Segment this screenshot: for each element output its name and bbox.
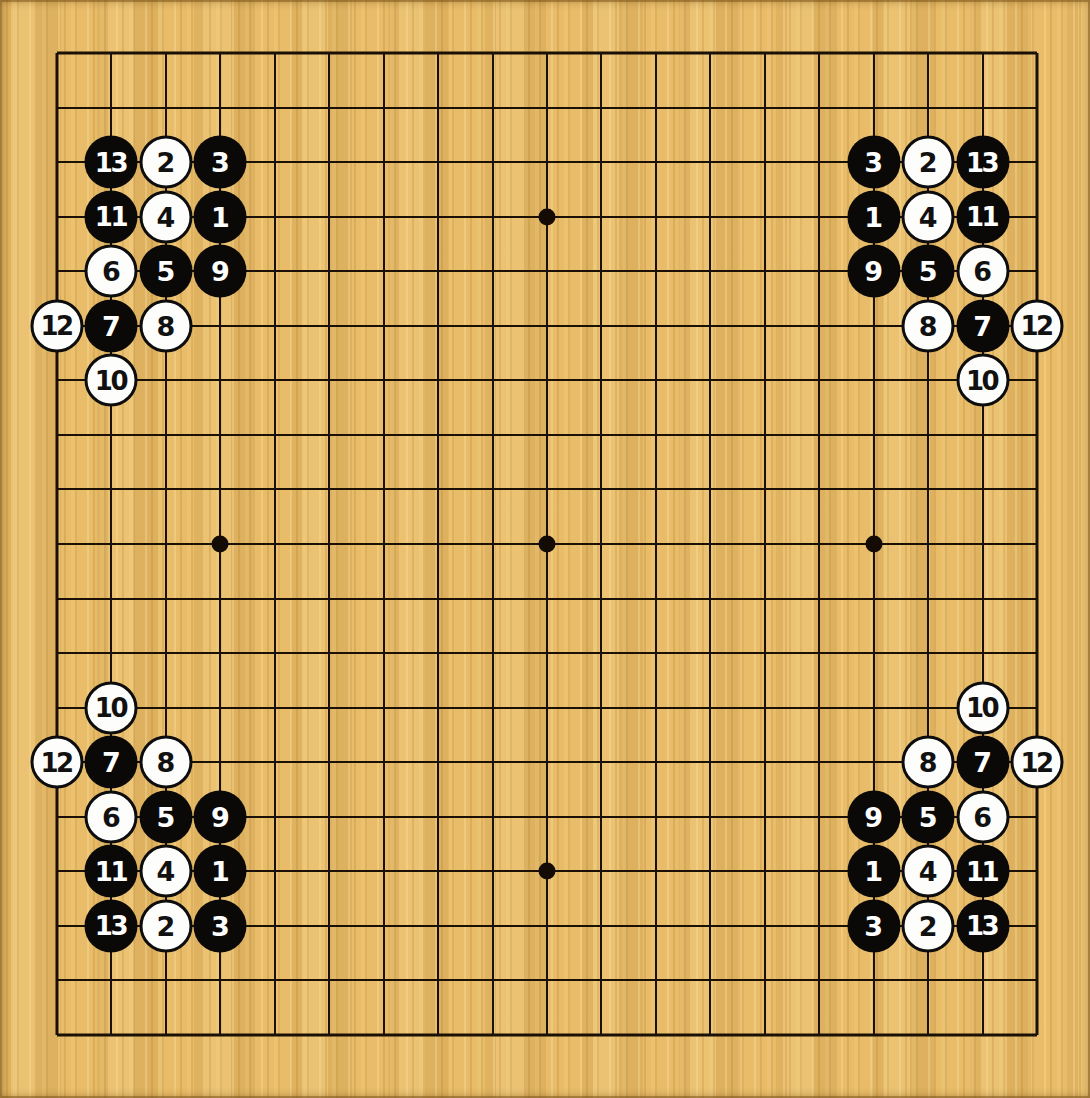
move-number: 3 <box>864 149 883 176</box>
stone-R17[interactable]: 2 <box>902 136 955 189</box>
stone-B13[interactable]: 10 <box>85 354 138 407</box>
move-number: 11 <box>95 858 126 884</box>
stone-Q16[interactable]: 1 <box>847 190 900 243</box>
stone-B5[interactable]: 6 <box>85 790 138 843</box>
move-number: 12 <box>1020 313 1051 339</box>
stone-R6[interactable]: 8 <box>902 736 955 789</box>
move-number: 3 <box>211 912 230 939</box>
move-number: 7 <box>102 312 121 339</box>
stone-Q4[interactable]: 1 <box>847 845 900 898</box>
stone-C17[interactable]: 2 <box>139 136 192 189</box>
move-number: 5 <box>919 258 938 285</box>
move-number: 2 <box>156 912 175 939</box>
grid-line-vertical <box>1036 53 1039 1035</box>
grid-line-vertical <box>709 53 711 1035</box>
stone-T14[interactable]: 12 <box>1011 299 1064 352</box>
stone-R16[interactable]: 4 <box>902 190 955 243</box>
move-number: 8 <box>919 312 938 339</box>
move-number: 2 <box>156 149 175 176</box>
grid-line-vertical <box>764 53 766 1035</box>
stone-C6[interactable]: 8 <box>139 736 192 789</box>
stone-D4[interactable]: 1 <box>194 845 247 898</box>
go-diagram: 1323114165912781032131411956871210101278… <box>0 0 1090 1098</box>
move-number: 11 <box>966 204 997 230</box>
stone-B16[interactable]: 11 <box>85 190 138 243</box>
move-number: 5 <box>156 258 175 285</box>
move-number: 12 <box>40 313 71 339</box>
move-number: 11 <box>966 858 997 884</box>
move-number: 1 <box>864 203 883 230</box>
stone-S14[interactable]: 7 <box>956 299 1009 352</box>
move-number: 5 <box>156 803 175 830</box>
stone-R15[interactable]: 5 <box>902 245 955 298</box>
stone-C14[interactable]: 8 <box>139 299 192 352</box>
move-number: 10 <box>95 367 126 393</box>
stone-B7[interactable]: 10 <box>85 681 138 734</box>
stone-R4[interactable]: 4 <box>902 845 955 898</box>
move-number: 4 <box>156 858 175 885</box>
move-number: 9 <box>211 803 230 830</box>
move-number: 12 <box>1020 749 1051 775</box>
stone-S16[interactable]: 11 <box>956 190 1009 243</box>
move-number: 2 <box>919 912 938 939</box>
move-number: 3 <box>864 912 883 939</box>
stone-S7[interactable]: 10 <box>956 681 1009 734</box>
grid-line-vertical <box>818 53 820 1035</box>
move-number: 9 <box>864 258 883 285</box>
move-number: 8 <box>919 749 938 776</box>
stone-T6[interactable]: 12 <box>1011 736 1064 789</box>
stone-C5[interactable]: 5 <box>139 790 192 843</box>
move-number: 7 <box>973 312 992 339</box>
move-number: 9 <box>211 258 230 285</box>
stone-S6[interactable]: 7 <box>956 736 1009 789</box>
stone-B17[interactable]: 13 <box>85 136 138 189</box>
stone-Q15[interactable]: 9 <box>847 245 900 298</box>
stone-B3[interactable]: 13 <box>85 899 138 952</box>
grid-line-horizontal <box>57 652 1037 654</box>
grid-line-horizontal <box>57 598 1037 600</box>
stone-A6[interactable]: 12 <box>31 736 84 789</box>
stone-S3[interactable]: 13 <box>956 899 1009 952</box>
move-number: 10 <box>966 367 997 393</box>
move-number: 7 <box>973 749 992 776</box>
move-number: 4 <box>919 203 938 230</box>
move-number: 3 <box>211 149 230 176</box>
go-board[interactable]: 1323114165912781032131411956871210101278… <box>57 53 1037 1035</box>
move-number: 6 <box>102 258 121 285</box>
move-number: 2 <box>919 149 938 176</box>
move-number: 13 <box>966 913 997 939</box>
move-number: 10 <box>966 695 997 721</box>
move-number: 6 <box>973 258 992 285</box>
move-number: 1 <box>864 858 883 885</box>
stone-C4[interactable]: 4 <box>139 845 192 898</box>
stone-A14[interactable]: 12 <box>31 299 84 352</box>
stone-B14[interactable]: 7 <box>85 299 138 352</box>
stone-S15[interactable]: 6 <box>956 245 1009 298</box>
grid-line-vertical <box>655 53 657 1035</box>
stone-S5[interactable]: 6 <box>956 790 1009 843</box>
hoshi-point <box>539 863 556 880</box>
move-number: 5 <box>919 803 938 830</box>
move-number: 4 <box>156 203 175 230</box>
hoshi-point <box>539 208 556 225</box>
move-number: 7 <box>102 749 121 776</box>
stone-S17[interactable]: 13 <box>956 136 1009 189</box>
stone-R14[interactable]: 8 <box>902 299 955 352</box>
move-number: 8 <box>156 749 175 776</box>
stone-S13[interactable]: 10 <box>956 354 1009 407</box>
move-number: 6 <box>973 803 992 830</box>
stone-D3[interactable]: 3 <box>194 899 247 952</box>
hoshi-point <box>865 536 882 553</box>
grid-line-horizontal <box>57 979 1037 981</box>
move-number: 10 <box>95 695 126 721</box>
stone-D5[interactable]: 9 <box>194 790 247 843</box>
move-number: 1 <box>211 858 230 885</box>
move-number: 11 <box>95 204 126 230</box>
stone-B4[interactable]: 11 <box>85 845 138 898</box>
move-number: 9 <box>864 803 883 830</box>
stone-D17[interactable]: 3 <box>194 136 247 189</box>
move-number: 13 <box>95 913 126 939</box>
move-number: 13 <box>966 149 997 175</box>
grid-line-horizontal <box>57 761 1037 763</box>
move-number: 1 <box>211 203 230 230</box>
stone-S4[interactable]: 11 <box>956 845 1009 898</box>
stone-C15[interactable]: 5 <box>139 245 192 298</box>
move-number: 6 <box>102 803 121 830</box>
stone-Q5[interactable]: 9 <box>847 790 900 843</box>
stone-C16[interactable]: 4 <box>139 190 192 243</box>
move-number: 4 <box>919 858 938 885</box>
grid-line-horizontal <box>57 1034 1037 1037</box>
stone-Q3[interactable]: 3 <box>847 899 900 952</box>
move-number: 12 <box>40 749 71 775</box>
stone-Q17[interactable]: 3 <box>847 136 900 189</box>
stone-D16[interactable]: 1 <box>194 190 247 243</box>
move-number: 8 <box>156 312 175 339</box>
stone-R3[interactable]: 2 <box>902 899 955 952</box>
stone-B6[interactable]: 7 <box>85 736 138 789</box>
grid-line-horizontal <box>57 707 1037 709</box>
stone-D15[interactable]: 9 <box>194 245 247 298</box>
hoshi-point <box>539 536 556 553</box>
stone-C3[interactable]: 2 <box>139 899 192 952</box>
stone-R5[interactable]: 5 <box>902 790 955 843</box>
move-number: 13 <box>95 149 126 175</box>
grid-line-vertical <box>600 53 602 1035</box>
hoshi-point <box>212 536 229 553</box>
stone-B15[interactable]: 6 <box>85 245 138 298</box>
